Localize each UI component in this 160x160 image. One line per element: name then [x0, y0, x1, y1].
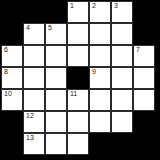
cell-r3c5[interactable] — [90, 46, 110, 66]
cell-r6c5[interactable] — [90, 112, 110, 132]
clue-number: 9 — [92, 68, 96, 76]
cell-r5c6[interactable] — [112, 90, 132, 110]
blocked-cell-r7c5 — [90, 134, 110, 154]
cell-r5c1[interactable]: 10 — [2, 90, 22, 110]
cell-r2c2[interactable]: 4 — [24, 24, 44, 44]
cell-r6c2[interactable]: 12 — [24, 112, 44, 132]
blocked-cell-r4c4 — [68, 68, 88, 88]
blocked-cell-r2c7 — [134, 24, 154, 44]
cell-r2c6[interactable] — [112, 24, 132, 44]
cell-r5c5[interactable] — [90, 90, 110, 110]
blocked-cell-r7c1 — [2, 134, 22, 154]
blocked-cell-r7c6 — [112, 134, 132, 154]
clue-number: 5 — [48, 24, 52, 32]
cell-r1c6[interactable]: 3 — [112, 2, 132, 22]
cell-r2c4[interactable] — [68, 24, 88, 44]
cell-r3c1[interactable]: 6 — [2, 46, 22, 66]
cell-r4c3[interactable] — [46, 68, 66, 88]
blocked-cell-r7c7 — [134, 134, 154, 154]
cell-r4c7[interactable] — [134, 68, 154, 88]
clue-number: 1 — [70, 2, 74, 10]
cell-r6c4[interactable] — [68, 112, 88, 132]
cell-r5c4[interactable]: 11 — [68, 90, 88, 110]
cell-r1c4[interactable]: 1 — [68, 2, 88, 22]
clue-number: 8 — [4, 68, 8, 76]
blocked-cell-r6c7 — [134, 112, 154, 132]
cell-r7c4[interactable] — [68, 134, 88, 154]
cell-r1c5[interactable]: 2 — [90, 2, 110, 22]
clue-number: 4 — [26, 24, 30, 32]
blocked-cell-r1c2 — [24, 2, 44, 22]
clue-number: 13 — [26, 134, 34, 142]
blocked-cell-r1c1 — [2, 2, 22, 22]
clue-number: 2 — [92, 2, 96, 10]
cell-r5c2[interactable] — [24, 90, 44, 110]
cell-r3c6[interactable] — [112, 46, 132, 66]
clue-number: 10 — [4, 90, 12, 98]
cell-r4c1[interactable]: 8 — [2, 68, 22, 88]
clue-number: 11 — [70, 90, 77, 98]
cell-r3c7[interactable]: 7 — [134, 46, 154, 66]
blocked-cell-r1c7 — [134, 2, 154, 22]
cell-r3c3[interactable] — [46, 46, 66, 66]
cell-r2c3[interactable]: 5 — [46, 24, 66, 44]
crossword-screenshot: 12345678910111213 — [0, 0, 160, 160]
cell-r6c3[interactable] — [46, 112, 66, 132]
cell-r4c2[interactable] — [24, 68, 44, 88]
cell-r5c7[interactable] — [134, 90, 154, 110]
cell-r5c3[interactable] — [46, 90, 66, 110]
clue-number: 6 — [4, 46, 8, 54]
clue-number: 7 — [136, 46, 140, 54]
clue-number: 12 — [26, 112, 34, 120]
cell-r4c5[interactable]: 9 — [90, 68, 110, 88]
clue-number: 3 — [114, 2, 118, 10]
cell-r6c6[interactable] — [112, 112, 132, 132]
crossword-grid: 12345678910111213 — [0, 0, 156, 156]
cell-r7c2[interactable]: 13 — [24, 134, 44, 154]
blocked-cell-r2c1 — [2, 24, 22, 44]
blocked-cell-r6c1 — [2, 112, 22, 132]
blocked-cell-r1c3 — [46, 2, 66, 22]
cell-r2c5[interactable] — [90, 24, 110, 44]
cell-r3c2[interactable] — [24, 46, 44, 66]
cell-r7c3[interactable] — [46, 134, 66, 154]
cell-r3c4[interactable] — [68, 46, 88, 66]
cell-r4c6[interactable] — [112, 68, 132, 88]
